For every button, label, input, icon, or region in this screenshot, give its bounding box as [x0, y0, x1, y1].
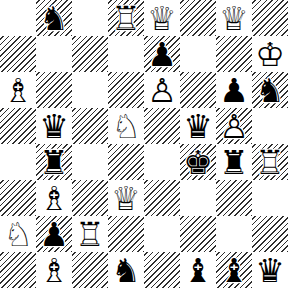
square-f4[interactable]: ♚♚ [180, 144, 216, 180]
black-bishop-glyph: ♝ [216, 252, 252, 288]
black-knight[interactable]: ♞♞ [252, 72, 288, 108]
black-queen-glyph: ♛ [252, 252, 288, 288]
white-rook-glyph: ♖ [108, 0, 144, 36]
square-d3[interactable]: ♛♕ [108, 180, 144, 216]
square-e2[interactable] [144, 216, 180, 252]
white-queen-glyph: ♕ [216, 0, 252, 36]
white-rook-glyph: ♖ [72, 216, 108, 252]
square-f6[interactable] [180, 72, 216, 108]
white-king[interactable]: ♚♔ [252, 36, 288, 72]
square-c7[interactable] [72, 36, 108, 72]
square-f5[interactable]: ♛♛ [180, 108, 216, 144]
black-knight[interactable]: ♞♞ [108, 252, 144, 288]
square-b5[interactable]: ♛♛ [36, 108, 72, 144]
black-rook[interactable]: ♜♜ [36, 144, 72, 180]
chess-board: ♞♞♜♖♛♕♛♕♟♟♚♔♝♗♟♙♟♟♞♞♛♛♞♘♛♛♟♙♜♜♚♚♜♜♜♖♝♗♛♕… [0, 0, 288, 288]
square-e4[interactable] [144, 144, 180, 180]
square-f2[interactable] [180, 216, 216, 252]
white-queen[interactable]: ♛♕ [144, 0, 180, 36]
square-e5[interactable] [144, 108, 180, 144]
square-g4[interactable]: ♜♜ [216, 144, 252, 180]
square-h4[interactable]: ♜♖ [252, 144, 288, 180]
square-g7[interactable] [216, 36, 252, 72]
square-b3[interactable]: ♝♗ [36, 180, 72, 216]
square-b4[interactable]: ♜♜ [36, 144, 72, 180]
square-e6[interactable]: ♟♙ [144, 72, 180, 108]
white-knight-glyph: ♘ [108, 108, 144, 144]
black-bishop[interactable]: ♝♝ [216, 252, 252, 288]
square-f7[interactable] [180, 36, 216, 72]
square-a7[interactable] [0, 36, 36, 72]
square-d8[interactable]: ♜♖ [108, 0, 144, 36]
white-rook[interactable]: ♜♖ [252, 144, 288, 180]
white-bishop[interactable]: ♝♗ [0, 72, 36, 108]
square-g5[interactable]: ♟♙ [216, 108, 252, 144]
square-h7[interactable]: ♚♔ [252, 36, 288, 72]
square-c5[interactable] [72, 108, 108, 144]
white-rook[interactable]: ♜♖ [108, 0, 144, 36]
square-a3[interactable] [0, 180, 36, 216]
black-bishop[interactable]: ♝♝ [180, 252, 216, 288]
square-h2[interactable] [252, 216, 288, 252]
square-b6[interactable] [36, 72, 72, 108]
square-f3[interactable] [180, 180, 216, 216]
square-e8[interactable]: ♛♕ [144, 0, 180, 36]
square-b8[interactable]: ♞♞ [36, 0, 72, 36]
square-a8[interactable] [0, 0, 36, 36]
white-bishop[interactable]: ♝♗ [36, 252, 72, 288]
black-queen[interactable]: ♛♛ [36, 108, 72, 144]
square-g3[interactable] [216, 180, 252, 216]
white-knight[interactable]: ♞♘ [108, 108, 144, 144]
square-g2[interactable] [216, 216, 252, 252]
black-knight[interactable]: ♞♞ [36, 0, 72, 36]
black-king[interactable]: ♚♚ [180, 144, 216, 180]
square-h1[interactable]: ♛♛ [252, 252, 288, 288]
black-pawn-glyph: ♟ [216, 72, 252, 108]
square-g1[interactable]: ♝♝ [216, 252, 252, 288]
square-b7[interactable] [36, 36, 72, 72]
square-f8[interactable] [180, 0, 216, 36]
white-queen[interactable]: ♛♕ [108, 180, 144, 216]
black-queen[interactable]: ♛♛ [252, 252, 288, 288]
white-king-glyph: ♔ [252, 36, 288, 72]
square-d6[interactable] [108, 72, 144, 108]
black-rook[interactable]: ♜♜ [216, 144, 252, 180]
white-rook-glyph: ♖ [252, 144, 288, 180]
square-f1[interactable]: ♝♝ [180, 252, 216, 288]
black-bishop-glyph: ♝ [180, 252, 216, 288]
black-king-glyph: ♚ [180, 144, 216, 180]
white-bishop[interactable]: ♝♗ [36, 180, 72, 216]
square-e3[interactable] [144, 180, 180, 216]
white-pawn-glyph: ♙ [144, 72, 180, 108]
square-a2[interactable]: ♞♘ [0, 216, 36, 252]
black-queen[interactable]: ♛♛ [180, 108, 216, 144]
black-knight-glyph: ♞ [252, 72, 288, 108]
square-h5[interactable] [252, 108, 288, 144]
square-d4[interactable] [108, 144, 144, 180]
white-queen-glyph: ♕ [144, 0, 180, 36]
square-a4[interactable] [0, 144, 36, 180]
white-pawn[interactable]: ♟♙ [216, 108, 252, 144]
square-d2[interactable] [108, 216, 144, 252]
square-a5[interactable] [0, 108, 36, 144]
black-knight-glyph: ♞ [108, 252, 144, 288]
square-h6[interactable]: ♞♞ [252, 72, 288, 108]
black-rook-glyph: ♜ [216, 144, 252, 180]
square-b1[interactable]: ♝♗ [36, 252, 72, 288]
square-d5[interactable]: ♞♘ [108, 108, 144, 144]
black-pawn[interactable]: ♟♟ [144, 36, 180, 72]
white-queen[interactable]: ♛♕ [216, 0, 252, 36]
square-e7[interactable]: ♟♟ [144, 36, 180, 72]
white-knight-glyph: ♘ [0, 216, 36, 252]
square-a6[interactable]: ♝♗ [0, 72, 36, 108]
black-pawn[interactable]: ♟♟ [216, 72, 252, 108]
white-bishop-glyph: ♗ [36, 180, 72, 216]
white-knight[interactable]: ♞♘ [0, 216, 36, 252]
square-a1[interactable] [0, 252, 36, 288]
square-c8[interactable] [72, 0, 108, 36]
square-c1[interactable] [72, 252, 108, 288]
black-knight-glyph: ♞ [36, 0, 72, 36]
black-queen-glyph: ♛ [36, 108, 72, 144]
white-bishop-glyph: ♗ [36, 252, 72, 288]
square-c4[interactable] [72, 144, 108, 180]
square-g8[interactable]: ♛♕ [216, 0, 252, 36]
square-d7[interactable] [108, 36, 144, 72]
square-b2[interactable]: ♟♟ [36, 216, 72, 252]
square-c2[interactable]: ♜♖ [72, 216, 108, 252]
black-pawn-glyph: ♟ [36, 216, 72, 252]
square-c3[interactable] [72, 180, 108, 216]
white-rook[interactable]: ♜♖ [72, 216, 108, 252]
square-g6[interactable]: ♟♟ [216, 72, 252, 108]
white-pawn-glyph: ♙ [216, 108, 252, 144]
white-pawn[interactable]: ♟♙ [144, 72, 180, 108]
square-h3[interactable] [252, 180, 288, 216]
square-e1[interactable] [144, 252, 180, 288]
square-h8[interactable] [252, 0, 288, 36]
black-queen-glyph: ♛ [180, 108, 216, 144]
square-c6[interactable] [72, 72, 108, 108]
black-pawn-glyph: ♟ [144, 36, 180, 72]
white-queen-glyph: ♕ [108, 180, 144, 216]
square-d1[interactable]: ♞♞ [108, 252, 144, 288]
black-pawn[interactable]: ♟♟ [36, 216, 72, 252]
white-bishop-glyph: ♗ [0, 72, 36, 108]
black-rook-glyph: ♜ [36, 144, 72, 180]
